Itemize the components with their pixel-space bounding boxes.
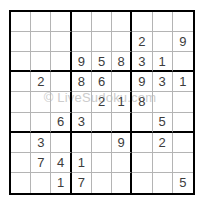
cell-r3c3[interactable]: [51, 52, 71, 72]
cell-r1c1[interactable]: [11, 12, 31, 32]
cell-r8c9[interactable]: [173, 153, 193, 173]
cell-r9c6[interactable]: [112, 173, 132, 193]
cell-r7c2[interactable]: 3: [31, 133, 51, 153]
cell-r8c1[interactable]: [11, 153, 31, 173]
cell-r9c2[interactable]: [31, 173, 51, 193]
cell-r7c7[interactable]: [132, 133, 152, 153]
cell-r8c7[interactable]: [132, 153, 152, 173]
cell-r7c6[interactable]: 9: [112, 133, 132, 153]
cell-r4c9[interactable]: 1: [173, 72, 193, 92]
cell-r9c4[interactable]: 7: [72, 173, 92, 193]
cell-r8c8[interactable]: [153, 153, 173, 173]
cell-r8c4[interactable]: 1: [72, 153, 92, 173]
cell-r2c2[interactable]: [31, 32, 51, 52]
cell-r4c1[interactable]: [11, 72, 31, 92]
cell-r2c1[interactable]: [11, 32, 31, 52]
cell-r9c7[interactable]: [132, 173, 152, 193]
cell-r1c6[interactable]: [112, 12, 132, 32]
cell-r6c5[interactable]: [92, 113, 112, 133]
cell-r6c8[interactable]: 5: [153, 113, 173, 133]
cell-r5c7[interactable]: 8: [132, 92, 152, 112]
cell-r5c1[interactable]: [11, 92, 31, 112]
cell-r8c3[interactable]: 4: [51, 153, 71, 173]
cell-r4c4[interactable]: 8: [72, 72, 92, 92]
cell-r5c4[interactable]: [72, 92, 92, 112]
cell-r5c9[interactable]: [173, 92, 193, 112]
cell-r6c3[interactable]: 6: [51, 113, 71, 133]
cell-r9c8[interactable]: [153, 173, 173, 193]
cell-r1c4[interactable]: [72, 12, 92, 32]
cell-r2c5[interactable]: [92, 32, 112, 52]
cell-r7c1[interactable]: [11, 133, 31, 153]
sudoku-board: 2995831286931218635392741175: [9, 10, 195, 195]
cell-r6c7[interactable]: [132, 113, 152, 133]
cell-r6c9[interactable]: [173, 113, 193, 133]
cell-r5c8[interactable]: [153, 92, 173, 112]
cell-r4c5[interactable]: 6: [92, 72, 112, 92]
cell-r8c6[interactable]: [112, 153, 132, 173]
cell-r6c4[interactable]: 3: [72, 113, 92, 133]
cell-r2c3[interactable]: [51, 32, 71, 52]
cell-r5c5[interactable]: 2: [92, 92, 112, 112]
cell-r4c6[interactable]: [112, 72, 132, 92]
cell-r3c8[interactable]: 1: [153, 52, 173, 72]
cell-r3c7[interactable]: 3: [132, 52, 152, 72]
cell-r5c3[interactable]: [51, 92, 71, 112]
cell-r2c9[interactable]: 9: [173, 32, 193, 52]
cell-r9c3[interactable]: 1: [51, 173, 71, 193]
cell-r3c5[interactable]: 5: [92, 52, 112, 72]
cell-r3c6[interactable]: 8: [112, 52, 132, 72]
cell-r3c1[interactable]: [11, 52, 31, 72]
cell-r8c5[interactable]: [92, 153, 112, 173]
cell-r2c6[interactable]: [112, 32, 132, 52]
cell-r6c1[interactable]: [11, 113, 31, 133]
cell-r2c7[interactable]: 2: [132, 32, 152, 52]
cell-r1c8[interactable]: [153, 12, 173, 32]
cell-r4c2[interactable]: 2: [31, 72, 51, 92]
cell-r6c2[interactable]: [31, 113, 51, 133]
sudoku-page: © LiveSudoku.com 29958312869312186353927…: [0, 0, 200, 200]
cell-r1c7[interactable]: [132, 12, 152, 32]
cell-r3c4[interactable]: 9: [72, 52, 92, 72]
cell-r1c5[interactable]: [92, 12, 112, 32]
cell-r3c9[interactable]: [173, 52, 193, 72]
cell-r2c8[interactable]: [153, 32, 173, 52]
cell-r7c3[interactable]: [51, 133, 71, 153]
cell-r9c9[interactable]: 5: [173, 173, 193, 193]
cell-r4c7[interactable]: 9: [132, 72, 152, 92]
cell-r8c2[interactable]: 7: [31, 153, 51, 173]
cell-r4c8[interactable]: 3: [153, 72, 173, 92]
cell-r9c5[interactable]: [92, 173, 112, 193]
cell-r7c9[interactable]: [173, 133, 193, 153]
cell-r7c4[interactable]: [72, 133, 92, 153]
cell-r3c2[interactable]: [31, 52, 51, 72]
cell-r1c3[interactable]: [51, 12, 71, 32]
cell-r2c4[interactable]: [72, 32, 92, 52]
cell-r1c2[interactable]: [31, 12, 51, 32]
cell-r7c8[interactable]: 2: [153, 133, 173, 153]
cell-r5c6[interactable]: 1: [112, 92, 132, 112]
cell-r4c3[interactable]: [51, 72, 71, 92]
cell-r7c5[interactable]: [92, 133, 112, 153]
cell-r1c9[interactable]: [173, 12, 193, 32]
cell-r5c2[interactable]: [31, 92, 51, 112]
cell-r6c6[interactable]: [112, 113, 132, 133]
cell-r9c1[interactable]: [11, 173, 31, 193]
